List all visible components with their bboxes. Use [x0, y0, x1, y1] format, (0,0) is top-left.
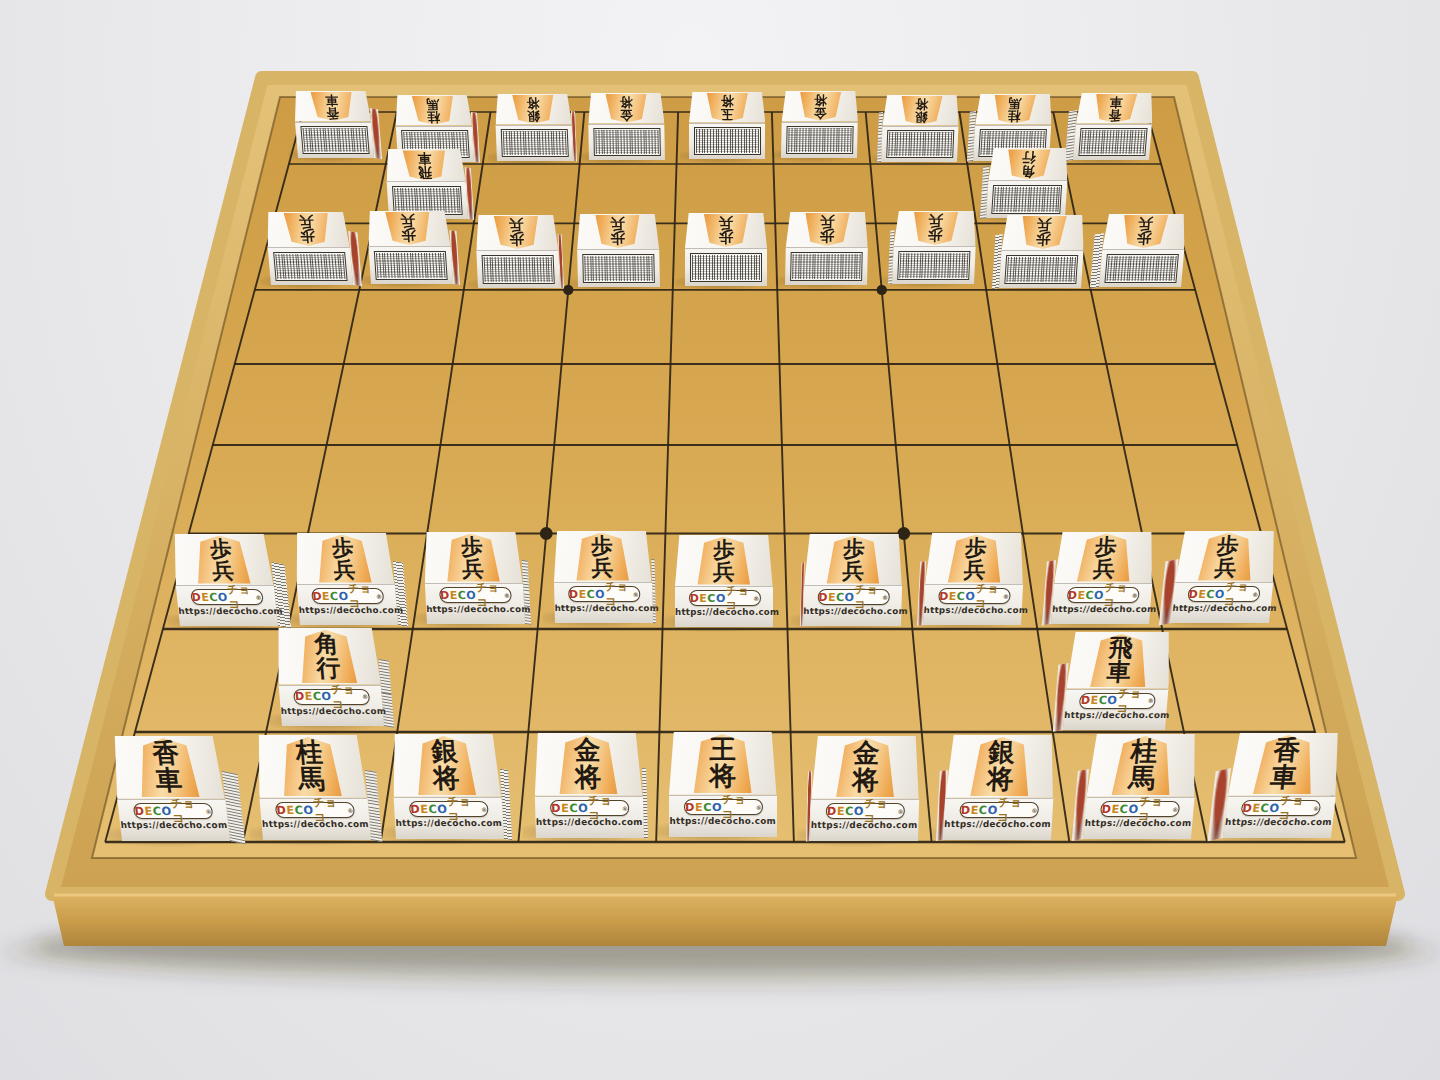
piece-kanji-label: 歩兵 — [697, 537, 752, 585]
decocho-url-text: https://decocho.com — [426, 604, 524, 614]
piece-front-face: DECOチョコ® https://decocho.com — [393, 796, 503, 838]
piece-front-face — [268, 247, 353, 285]
piece-top-face: 歩兵 — [925, 533, 1025, 584]
deco-choco-logo: DECOチョコ® — [1079, 693, 1156, 709]
nutrition-label-text — [500, 129, 568, 157]
decocho-url-text: https://decocho.com — [923, 605, 1021, 615]
decocho-url-text: https://decocho.com — [669, 816, 777, 826]
piece-top-face: 歩兵 — [170, 534, 273, 585]
piece-2g-sente-pawn[interactable]: 歩兵 DECOチョコ® https://decocho.com — [1051, 532, 1156, 624]
piece-kanji-label: 飛車 — [402, 150, 448, 180]
deco-choco-logo: DECOチョコ® — [409, 801, 489, 817]
piece-top-face: 歩兵 — [1054, 532, 1156, 583]
piece-top-face: 香車 — [1228, 733, 1343, 796]
decocho-url-text: https://decocho.com — [810, 820, 918, 830]
piece-front-face — [986, 181, 1067, 219]
piece-5g-sente-pawn[interactable]: 歩兵 DECOチョコ® https://decocho.com — [675, 535, 773, 627]
piece-7i-sente-silver[interactable]: 銀将 DECOチョコ® https://decocho.com — [390, 734, 504, 839]
nutrition-label-text — [693, 127, 760, 155]
piece-front-face — [892, 246, 976, 284]
piece-8g-sente-pawn[interactable]: 歩兵 DECOチョコ® https://decocho.com — [293, 533, 398, 625]
piece-7a-gote-silver[interactable]: 銀将 — [494, 94, 573, 161]
piece-plate: 歩兵 — [804, 213, 851, 246]
piece-top-face: 歩兵 — [804, 534, 903, 585]
piece-top-face: 歩兵 — [475, 215, 559, 250]
decocho-url-text: https://decocho.com — [1051, 604, 1149, 614]
piece-front-face — [476, 250, 560, 288]
piece-top-face: 歩兵 — [894, 211, 978, 246]
piece-front-face: DECOチョコ® https://decocho.com — [278, 685, 384, 726]
decocho-url-text: https://decocho.com — [395, 818, 503, 828]
piece-front-face: DECOチョコ® https://decocho.com — [669, 794, 777, 836]
piece-plate: 銀将 — [969, 736, 1033, 795]
piece-3g-sente-pawn[interactable]: 歩兵 DECOチョコ® https://decocho.com — [923, 533, 1025, 625]
piece-2b-gote-bishop[interactable]: 角行 — [986, 148, 1069, 218]
piece-front-face: DECOチョコ® https://decocho.com — [675, 586, 773, 627]
piece-kanji-label: 桂馬 — [410, 96, 454, 125]
piece-9a-gote-lance[interactable]: 香車 — [293, 91, 375, 158]
piece-plate: 歩兵 — [703, 214, 749, 247]
piece-front-face — [295, 121, 374, 158]
deco-choco-logo: DECOチョコ® — [311, 588, 385, 604]
piece-plate: 銀将 — [413, 735, 477, 794]
piece-top-face: 角行 — [274, 628, 381, 685]
piece-top-face: 桂馬 — [254, 735, 367, 798]
piece-top-face: 銀将 — [945, 735, 1056, 798]
piece-plate: 歩兵 — [314, 535, 372, 583]
piece-8c-gote-pawn[interactable]: 歩兵 — [366, 211, 453, 284]
deco-choco-logo: DECOチョコ® — [959, 802, 1039, 818]
piece-plate: 歩兵 — [283, 213, 332, 246]
piece-top-face: 歩兵 — [366, 211, 450, 246]
nutrition-label-text — [300, 126, 369, 154]
piece-kanji-label: 香車 — [134, 737, 201, 796]
piece-9i-sente-lance[interactable]: 香車 DECOチョコ® https://decocho.com — [110, 736, 230, 841]
piece-top-face: 銀将 — [390, 734, 501, 797]
deco-choco-logo: DECOチョコ® — [689, 590, 761, 606]
nutrition-label-text — [582, 254, 655, 283]
piece-plate: 歩兵 — [825, 536, 881, 584]
scene: 香車 桂馬 銀将 金将 玉将 — [0, 0, 1440, 1080]
decocho-url-text: https://decocho.com — [1224, 817, 1333, 827]
piece-kanji-label: 歩兵 — [384, 212, 432, 245]
piece-plate: 香車 — [310, 92, 355, 121]
piece-kanji-label: 歩兵 — [1075, 534, 1133, 582]
piece-front-face: DECOチョコ® https://decocho.com — [1083, 796, 1194, 838]
piece-kanji-label: 歩兵 — [703, 214, 749, 247]
piece-top-face: 香車 — [110, 736, 225, 799]
piece-plate: 香車 — [1252, 734, 1319, 793]
nutrition-label-text — [885, 130, 953, 158]
piece-4i-sente-gold[interactable]: 金将 DECOチョコ® https://decocho.com — [810, 736, 921, 841]
deco-choco-logo: DECOチョコ® — [550, 800, 630, 816]
deco-choco-logo: DECOチョコ® — [684, 799, 763, 815]
piece-front-face — [685, 248, 767, 286]
piece-kanji-label: 歩兵 — [192, 536, 252, 584]
piece-top-face: 歩兵 — [685, 213, 767, 248]
piece-front-face: DECOチョコ® https://decocho.com — [1051, 583, 1152, 624]
piece-front-face: DECOチョコ® https://decocho.com — [117, 798, 229, 840]
piece-3c-gote-pawn[interactable]: 歩兵 — [892, 211, 977, 284]
piece-top-face: 歩兵 — [552, 531, 651, 582]
nutrition-label-text — [273, 252, 348, 281]
deco-choco-logo: DECOチョコ® — [1066, 587, 1140, 603]
deco-choco-logo: DECOチョコ® — [1241, 800, 1322, 816]
piece-top-face: 金将 — [533, 733, 642, 796]
piece-front-face: DECOチョコ® https://decocho.com — [425, 583, 525, 624]
piece-7g-sente-pawn[interactable]: 歩兵 DECOチョコ® https://decocho.com — [422, 532, 524, 624]
decocho-url-text: https://decocho.com — [1172, 603, 1271, 613]
piece-6c-gote-pawn[interactable]: 歩兵 — [576, 214, 660, 287]
piece-front-face: DECOチョコ® https://decocho.com — [943, 797, 1053, 839]
decocho-url-text: https://decocho.com — [675, 607, 773, 617]
piece-kanji-label: 歩兵 — [912, 212, 959, 245]
piece-front-face: DECOチョコ® https://decocho.com — [1223, 795, 1335, 837]
piece-kanji-label: 角行 — [1005, 149, 1051, 179]
deco-choco-logo: DECOチョコ® — [938, 588, 1011, 604]
nutrition-label-text — [1077, 128, 1146, 156]
piece-plate: 金将 — [834, 737, 896, 796]
piece-kanji-label: 歩兵 — [1120, 215, 1169, 248]
piece-plate: 歩兵 — [444, 534, 501, 582]
piece-top-face: 銀将 — [494, 94, 572, 125]
piece-6i-sente-gold[interactable]: 金将 DECOチョコ® https://decocho.com — [533, 733, 643, 838]
piece-front-face: DECOチョコ® https://decocho.com — [175, 585, 277, 626]
piece-plate: 歩兵 — [574, 533, 630, 581]
piece-plate: 香車 — [134, 737, 201, 796]
piece-4g-sente-pawn[interactable]: 歩兵 DECOチョコ® https://decocho.com — [803, 534, 903, 626]
piece-front-face — [589, 123, 666, 160]
piece-top-face: 桂馬 — [394, 95, 472, 126]
piece-front-face: DECOチョコ® https://decocho.com — [535, 795, 644, 837]
piece-3a-gote-silver[interactable]: 銀将 — [881, 95, 960, 162]
piece-1g-sente-pawn[interactable]: 歩兵 DECOチョコ® https://decocho.com — [1171, 531, 1278, 623]
decocho-url-text: https://decocho.com — [943, 819, 1051, 829]
piece-top-face: 金将 — [811, 736, 920, 799]
piece-kanji-label: 歩兵 — [1020, 216, 1068, 249]
piece-top-face: 歩兵 — [293, 533, 395, 584]
piece-plate: 桂馬 — [410, 96, 454, 125]
decocho-url-text: https://decocho.com — [535, 817, 643, 827]
piece-kanji-label: 銀将 — [969, 736, 1033, 795]
piece-kanji-label: 桂馬 — [1110, 735, 1175, 794]
piece-top-face: 桂馬 — [975, 94, 1053, 125]
piece-front-face — [1073, 123, 1152, 160]
piece-plate: 歩兵 — [947, 535, 1004, 583]
piece-plate: 王将 — [693, 733, 753, 792]
piece-plate: 歩兵 — [384, 212, 432, 245]
piece-kanji-label: 玉将 — [706, 93, 749, 122]
deco-choco-logo: DECOチョコ® — [274, 802, 355, 818]
decocho-url-text: https://decocho.com — [177, 606, 276, 616]
piece-top-face: 金将 — [782, 91, 859, 122]
piece-plate: 桂馬 — [992, 95, 1036, 124]
piece-plate: 銀将 — [899, 96, 943, 125]
piece-9g-sente-pawn[interactable]: 歩兵 DECOチョコ® https://decocho.com — [170, 534, 277, 626]
piece-plate: 玉将 — [706, 93, 749, 122]
piece-8i-sente-knight[interactable]: 桂馬 DECOチョコ® https://decocho.com — [254, 735, 370, 840]
piece-kanji-label: 歩兵 — [947, 535, 1004, 583]
piece-1c-gote-pawn[interactable]: 歩兵 — [1099, 214, 1187, 287]
piece-kanji-label: 歩兵 — [283, 213, 332, 246]
piece-kanji-label: 歩兵 — [493, 216, 540, 249]
piece-front-face — [577, 249, 660, 287]
piece-front-face — [785, 247, 868, 285]
piece-kanji-label: 銀将 — [899, 96, 943, 125]
piece-kanji-label: 歩兵 — [1197, 533, 1257, 581]
decocho-url-text: https://decocho.com — [261, 819, 369, 829]
piece-kanji-label: 歩兵 — [804, 213, 851, 246]
deco-choco-logo: DECOチョコ® — [439, 587, 512, 603]
piece-kanji-label: 歩兵 — [825, 536, 881, 584]
piece-top-face: 金将 — [588, 93, 665, 124]
piece-front-face — [781, 121, 858, 158]
decocho-url-text: https://decocho.com — [120, 820, 229, 830]
piece-front-face: DECOチョコ® https://decocho.com — [1063, 689, 1169, 730]
piece-plate: 歩兵 — [1020, 216, 1068, 249]
nutrition-label-text — [1104, 254, 1179, 283]
decocho-url-text: https://decocho.com — [298, 605, 396, 615]
piece-kanji-label: 香車 — [1252, 734, 1319, 793]
piece-front-face: DECOチョコ® https://decocho.com — [923, 584, 1023, 625]
deco-choco-logo: DECOチョコ® — [1100, 801, 1181, 817]
piece-6a-gote-gold[interactable]: 金将 — [588, 93, 666, 160]
piece-2c-gote-pawn[interactable]: 歩兵 — [999, 215, 1086, 288]
nutrition-label-text — [593, 128, 661, 156]
decocho-url-text: https://decocho.com — [280, 706, 383, 716]
deco-choco-logo: DECOチョコ® — [568, 586, 641, 602]
piece-plate: 飛車 — [402, 150, 448, 180]
nutrition-label-text — [990, 186, 1061, 215]
piece-plate: 歩兵 — [1120, 215, 1169, 248]
piece-plate: 金将 — [799, 92, 842, 121]
piece-plate: 桂馬 — [277, 736, 342, 795]
piece-top-face: 角行 — [988, 148, 1069, 180]
piece-plate: 歩兵 — [1075, 534, 1133, 582]
piece-top-face: 香車 — [1076, 93, 1155, 124]
decocho-url-text: https://decocho.com — [554, 603, 652, 613]
piece-kanji-label: 桂馬 — [277, 736, 342, 795]
piece-4c-gote-pawn[interactable]: 歩兵 — [785, 212, 869, 285]
piece-kanji-label: 歩兵 — [594, 215, 641, 248]
piece-1i-sente-lance[interactable]: 香車 DECOチョコ® https://decocho.com — [1223, 733, 1343, 838]
deco-choco-logo: DECOチョコ® — [817, 589, 890, 605]
nutrition-label-text — [374, 251, 448, 280]
piece-plate: 銀将 — [511, 95, 555, 124]
piece-6g-sente-pawn[interactable]: 歩兵 DECOチョコ® https://decocho.com — [552, 531, 652, 623]
piece-kanji-label: 金将 — [605, 94, 648, 123]
nutrition-label-text — [790, 252, 863, 281]
piece-1a-gote-lance[interactable]: 香車 — [1073, 93, 1155, 160]
piece-top-face: 玉将 — [689, 92, 765, 123]
piece-kanji-label: 歩兵 — [574, 533, 630, 581]
deco-choco-logo: DECOチョコ® — [1187, 586, 1261, 602]
piece-top-face: 王将 — [669, 732, 777, 795]
piece-5c-gote-pawn[interactable]: 歩兵 — [685, 213, 767, 286]
decocho-url-text: https://decocho.com — [803, 606, 901, 616]
piece-top-face: 歩兵 — [265, 212, 350, 247]
piece-front-face: DECOチョコ® https://decocho.com — [803, 585, 902, 626]
piece-plate: 桂馬 — [1110, 735, 1175, 794]
piece-5a-gote-king[interactable]: 玉将 — [689, 92, 765, 159]
piece-top-face: 歩兵 — [1002, 215, 1086, 250]
piece-top-face: 歩兵 — [1175, 531, 1278, 582]
piece-8h-sente-bishop[interactable]: 角行 DECOチョコ® https://decocho.com — [274, 628, 384, 726]
piece-top-face: 歩兵 — [1102, 214, 1187, 249]
piece-kanji-label: 金将 — [557, 734, 619, 793]
piece-top-face: 銀将 — [882, 95, 960, 126]
piece-plate: 飛車 — [1089, 634, 1151, 687]
deco-choco-logo: DECOチョコ® — [133, 803, 214, 819]
piece-top-face: 桂馬 — [1087, 734, 1200, 797]
piece-top-face: 香車 — [293, 91, 372, 122]
piece-plate: 角行 — [296, 630, 358, 683]
deco-choco-logo: DECOチョコ® — [293, 689, 370, 705]
piece-front-face: DECOチョコ® https://decocho.com — [810, 798, 919, 840]
nutrition-label-text — [690, 253, 762, 282]
nutrition-label-text — [897, 251, 970, 280]
deco-choco-logo: DECOチョコ® — [189, 589, 263, 605]
piece-plate: 金将 — [557, 734, 619, 793]
piece-plate: 歩兵 — [192, 536, 252, 584]
piece-front-face — [368, 246, 453, 284]
piece-plate: 歩兵 — [493, 216, 540, 249]
nutrition-label-text — [786, 126, 854, 154]
piece-kanji-label: 香車 — [310, 92, 355, 121]
piece-kanji-label: 飛車 — [1089, 634, 1151, 687]
piece-plate: 歩兵 — [697, 537, 752, 585]
piece-kanji-label: 桂馬 — [992, 95, 1036, 124]
piece-kanji-label: 王将 — [693, 733, 753, 792]
piece-kanji-label: 銀将 — [413, 735, 477, 794]
piece-top-face: 歩兵 — [422, 532, 522, 583]
piece-plate: 歩兵 — [912, 212, 959, 245]
pieces-layer: 香車 桂馬 銀将 金将 玉将 — [0, 0, 1440, 1080]
piece-kanji-label: 金将 — [834, 737, 896, 796]
piece-9c-gote-pawn[interactable]: 歩兵 — [265, 212, 353, 285]
piece-front-face — [999, 250, 1084, 288]
piece-kanji-label: 歩兵 — [444, 534, 501, 582]
piece-7c-gote-pawn[interactable]: 歩兵 — [475, 215, 560, 288]
piece-kanji-label: 金将 — [799, 92, 842, 121]
piece-plate: 歩兵 — [1197, 533, 1257, 581]
piece-5i-sente-king[interactable]: 王将 DECOチョコ® https://decocho.com — [669, 732, 777, 837]
piece-4a-gote-gold[interactable]: 金将 — [781, 91, 859, 158]
piece-front-face: DECOチョコ® https://decocho.com — [1171, 582, 1273, 623]
piece-top-face: 歩兵 — [576, 214, 659, 249]
piece-kanji-label: 角行 — [296, 630, 358, 683]
decocho-url-text: https://decocho.com — [1084, 818, 1192, 828]
piece-kanji-label: 歩兵 — [314, 535, 372, 583]
piece-top-face: 飛車 — [1066, 632, 1173, 689]
nutrition-label-text — [1004, 255, 1078, 284]
piece-plate: 角行 — [1005, 149, 1051, 179]
piece-2i-sente-knight[interactable]: 桂馬 DECOチョコ® https://decocho.com — [1083, 734, 1200, 839]
piece-front-face — [881, 125, 959, 162]
piece-front-face: DECOチョコ® https://decocho.com — [259, 797, 370, 839]
piece-front-face — [1099, 249, 1184, 287]
piece-8b-gote-rook[interactable]: 飛車 — [384, 149, 467, 219]
piece-front-face — [689, 122, 765, 159]
piece-front-face — [496, 124, 574, 161]
piece-kanji-label: 香車 — [1092, 94, 1137, 123]
piece-plate: 香車 — [1092, 94, 1137, 123]
deco-choco-logo: DECOチョコ® — [825, 803, 905, 819]
piece-3i-sente-silver[interactable]: 銀将 DECOチョコ® https://decocho.com — [943, 735, 1056, 840]
piece-kanji-label: 銀将 — [511, 95, 555, 124]
piece-top-face: 飛車 — [384, 149, 465, 181]
piece-plate: 金将 — [605, 94, 648, 123]
piece-front-face: DECOチョコ® https://decocho.com — [554, 582, 653, 623]
piece-top-face: 歩兵 — [675, 535, 773, 586]
piece-front-face: DECOチョコ® https://decocho.com — [297, 584, 398, 625]
piece-top-face: 歩兵 — [786, 212, 869, 247]
decocho-url-text: https://decocho.com — [1063, 710, 1166, 720]
piece-plate: 歩兵 — [594, 215, 641, 248]
nutrition-label-text — [481, 255, 554, 284]
piece-2h-sente-rook[interactable]: 飛車 DECOチョコ® https://decocho.com — [1063, 632, 1173, 730]
